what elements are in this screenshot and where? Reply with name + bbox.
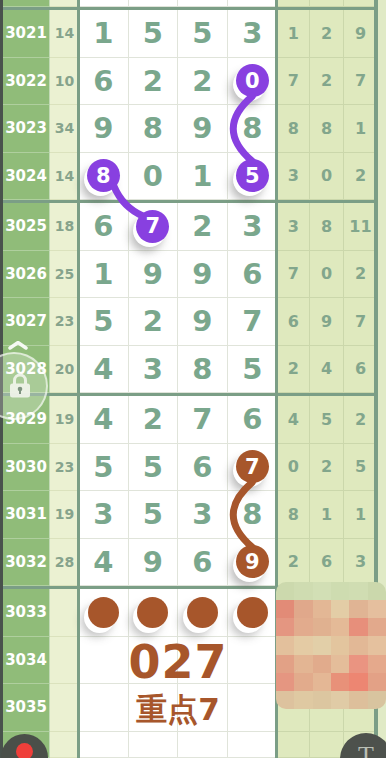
main-cell: 8	[228, 105, 278, 153]
main-cell: 3	[79, 491, 129, 539]
stat-cell: 0	[310, 251, 343, 299]
stat-cell	[310, 732, 343, 758]
main-cell	[228, 732, 278, 758]
stat-cell: 2	[344, 396, 377, 444]
period-cell: 3022	[3, 58, 50, 106]
main-cell: 0	[129, 153, 179, 201]
main-cell: 6	[228, 396, 278, 444]
main-cell	[228, 589, 278, 637]
period-cell: 3035	[3, 684, 50, 732]
stat-cell: 9	[344, 10, 377, 58]
stat-cell: 7	[344, 298, 377, 346]
mosaic-block	[276, 636, 294, 654]
sum-cell	[50, 637, 79, 685]
main-cell: 5	[129, 10, 179, 58]
main-cell: 4	[79, 346, 129, 394]
main-cell: 3	[129, 346, 179, 394]
mosaic-block	[313, 673, 331, 691]
mosaic-block	[349, 691, 367, 709]
mosaic-block	[368, 618, 386, 636]
stat-cell: 2	[277, 346, 310, 394]
main-cell: 4	[79, 539, 129, 587]
mosaic-block	[368, 673, 386, 691]
main-cell	[129, 0, 179, 7]
main-cell: 4	[79, 396, 129, 444]
draw-row: 30251867233811	[3, 203, 378, 251]
stat-cell: 0	[310, 153, 343, 201]
stat-cell: 1	[310, 491, 343, 539]
mosaic-block	[349, 655, 367, 673]
main-cell: 2	[129, 396, 179, 444]
mosaic-block	[294, 673, 312, 691]
main-cell: 3	[178, 491, 228, 539]
stat-cell	[277, 732, 310, 758]
mosaic-block	[294, 582, 312, 600]
main-cell: 1	[79, 251, 129, 299]
stat-cell: 8	[310, 105, 343, 153]
main-cell: 9	[228, 539, 278, 587]
stat-cell: 0	[277, 444, 310, 492]
sum-cell: 25	[50, 251, 79, 299]
highlight-circle-purple: 0	[236, 64, 269, 97]
mosaic-block	[276, 673, 294, 691]
main-cell: 7	[129, 203, 179, 251]
main-cell	[79, 589, 129, 637]
mosaic-block	[276, 618, 294, 636]
main-cell: 5	[228, 153, 278, 201]
stat-cell: 4	[310, 346, 343, 394]
sum-cell: 19	[50, 396, 79, 444]
draw-row: 3026251996702	[3, 251, 378, 299]
draw-row: 3021141553129	[3, 10, 378, 58]
draw-row: 3028204385246	[3, 346, 378, 394]
sum-cell: 23	[50, 444, 79, 492]
dot-marker	[187, 597, 218, 628]
main-cell: 9	[178, 298, 228, 346]
stat-cell: 1	[277, 10, 310, 58]
main-cell	[129, 589, 179, 637]
mosaic-block	[368, 691, 386, 709]
mosaic-block	[276, 582, 294, 600]
prediction-label: 重点7	[79, 687, 277, 732]
stat-cell: 4	[277, 396, 310, 444]
mosaic-block	[331, 618, 349, 636]
main-cell: 9	[129, 539, 179, 587]
mosaic-block	[313, 636, 331, 654]
stat-cell: 5	[344, 444, 377, 492]
draw-row: 3031193538811	[3, 491, 378, 539]
main-cell	[178, 0, 228, 7]
sum-cell	[50, 0, 79, 7]
main-cell: 1	[79, 10, 129, 58]
main-cell: 6	[228, 251, 278, 299]
mosaic-block	[313, 600, 331, 618]
main-cell: 8	[178, 346, 228, 394]
stat-cell: 7	[344, 58, 377, 106]
draw-row: 3027235297697	[3, 298, 378, 346]
mosaic-block	[349, 618, 367, 636]
mosaic-block	[368, 582, 386, 600]
main-cell: 9	[129, 251, 179, 299]
period-cell: 3025	[3, 203, 50, 251]
mosaic-block	[294, 600, 312, 618]
highlight-circle-purple: 5	[236, 159, 269, 192]
main-cell: 5	[178, 10, 228, 58]
main-cell: 6	[178, 539, 228, 587]
stat-cell: 2	[277, 539, 310, 587]
draw-row: 3024148015302	[3, 153, 378, 201]
period-cell	[3, 0, 50, 7]
partial-row	[3, 732, 378, 758]
main-cell	[178, 589, 228, 637]
main-cell: 1	[178, 153, 228, 201]
sum-cell: 19	[50, 491, 79, 539]
main-cell: 5	[129, 444, 179, 492]
main-cell: 3	[228, 203, 278, 251]
mosaic-block	[331, 691, 349, 709]
mosaic-block	[276, 691, 294, 709]
main-cell: 2	[178, 58, 228, 106]
mosaic-block	[313, 655, 331, 673]
stat-cell: 3	[277, 153, 310, 201]
sum-cell	[50, 684, 79, 732]
main-cell: 9	[79, 105, 129, 153]
stat-cell: 1	[344, 105, 377, 153]
stat-cell: 11	[344, 203, 377, 251]
stat-cell: 3	[344, 539, 377, 587]
mosaic-block	[331, 636, 349, 654]
mosaic-block	[331, 582, 349, 600]
stat-cell: 5	[310, 396, 343, 444]
period-cell: 3032	[3, 539, 50, 587]
main-cell: 6	[79, 58, 129, 106]
sum-cell: 14	[50, 153, 79, 201]
main-cell: 5	[228, 346, 278, 394]
stat-cell	[310, 0, 343, 7]
stat-cell	[344, 0, 377, 7]
mosaic-block	[368, 636, 386, 654]
main-cell: 5	[129, 491, 179, 539]
sum-cell: 18	[50, 203, 79, 251]
stat-cell: 8	[310, 203, 343, 251]
mosaic-block	[313, 691, 331, 709]
stat-cell: 6	[344, 346, 377, 394]
trend-chart-screen: 3021141553129302210622072730233498988813…	[0, 0, 386, 758]
main-cell: 8	[228, 491, 278, 539]
sum-cell: 10	[50, 58, 79, 106]
dot-marker	[237, 597, 268, 628]
mosaic-block	[331, 600, 349, 618]
stat-cell: 8	[277, 105, 310, 153]
main-cell	[178, 732, 228, 758]
period-cell: 3023	[3, 105, 50, 153]
mosaic-block	[349, 673, 367, 691]
main-cell: 7	[228, 298, 278, 346]
period-cell: 3033	[3, 589, 50, 637]
mosaic-block	[331, 673, 349, 691]
stat-cell: 6	[277, 298, 310, 346]
main-cell: 5	[79, 444, 129, 492]
main-cell: 8	[79, 153, 129, 201]
main-cell: 3	[228, 10, 278, 58]
mosaic-block	[349, 582, 367, 600]
main-cell: 2	[178, 203, 228, 251]
stat-cell: 2	[344, 153, 377, 201]
main-cell: 9	[178, 105, 228, 153]
stat-cell: 2	[310, 444, 343, 492]
main-cell: 5	[79, 298, 129, 346]
period-cell: 3031	[3, 491, 50, 539]
main-cell: 2	[129, 58, 179, 106]
draw-row: 3030235567025	[3, 444, 378, 492]
main-cell: 6	[79, 203, 129, 251]
prediction-number: 027	[79, 638, 277, 686]
stat-cell: 2	[344, 251, 377, 299]
highlight-circle-brown: 7	[236, 450, 269, 483]
sum-cell	[50, 589, 79, 637]
main-cell: 0	[228, 58, 278, 106]
dot-marker	[137, 597, 168, 628]
period-cell: 3021	[3, 10, 50, 58]
sum-cell	[50, 732, 79, 758]
mosaic-block	[331, 655, 349, 673]
highlight-circle-purple: 7	[136, 210, 169, 243]
main-cell	[79, 0, 129, 7]
period-cell: 3034	[3, 637, 50, 685]
main-cell: 9	[178, 251, 228, 299]
mosaic-block	[349, 636, 367, 654]
sum-cell: 20	[50, 346, 79, 394]
mosaic-block	[294, 691, 312, 709]
main-cell	[79, 732, 129, 758]
main-cell: 2	[129, 298, 179, 346]
stat-cell: 1	[344, 491, 377, 539]
stat-cell: 2	[310, 58, 343, 106]
dot-marker	[88, 597, 119, 628]
stat-cell: 6	[310, 539, 343, 587]
stat-cell: 3	[277, 203, 310, 251]
stat-cell	[277, 0, 310, 7]
draw-row: 3032284969263	[3, 539, 378, 587]
stat-cell: 9	[310, 298, 343, 346]
mosaic-block	[294, 636, 312, 654]
sum-cell: 34	[50, 105, 79, 153]
draw-row: 3023349898881	[3, 105, 378, 153]
main-cell: 8	[129, 105, 179, 153]
mosaic-block	[313, 618, 331, 636]
lock-icon	[9, 373, 31, 398]
main-cell: 7	[178, 396, 228, 444]
highlight-circle-purple: 8	[87, 159, 120, 192]
mosaic-block	[276, 600, 294, 618]
draw-row: 3029194276452	[3, 396, 378, 444]
mosaic-block	[276, 655, 294, 673]
sum-cell: 14	[50, 10, 79, 58]
mosaic-block	[368, 655, 386, 673]
sliver-row	[3, 0, 378, 7]
highlight-circle-brown: 9	[236, 545, 269, 578]
censored-region	[276, 582, 386, 709]
main-cell	[129, 732, 179, 758]
period-cell: 3026	[3, 251, 50, 299]
draw-row: 3022106220727	[3, 58, 378, 106]
mosaic-block	[368, 600, 386, 618]
stat-cell: 7	[277, 251, 310, 299]
sum-cell: 23	[50, 298, 79, 346]
stat-cell: 2	[310, 10, 343, 58]
mosaic-block	[294, 655, 312, 673]
period-cell: 3030	[3, 444, 50, 492]
period-cell: 3024	[3, 153, 50, 201]
main-cell	[228, 0, 278, 7]
stat-cell: 8	[277, 491, 310, 539]
main-cell: 7	[228, 444, 278, 492]
record-dot-icon	[16, 743, 33, 758]
sum-cell: 28	[50, 539, 79, 587]
mosaic-block	[294, 618, 312, 636]
mosaic-block	[313, 582, 331, 600]
stat-cell: 7	[277, 58, 310, 106]
main-cell: 6	[178, 444, 228, 492]
mosaic-block	[349, 600, 367, 618]
